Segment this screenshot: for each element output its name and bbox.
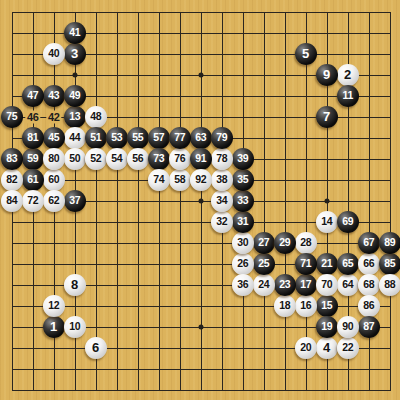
stone-black[interactable]: 27 [253,232,275,254]
stone-white[interactable]: 92 [190,169,212,191]
stone-white[interactable]: 76 [169,148,191,170]
stone-black[interactable]: 33 [232,190,254,212]
stone-black[interactable]: 85 [379,253,400,275]
stone-white[interactable]: 20 [295,337,317,359]
stone-black[interactable]: 73 [148,148,170,170]
stone-white[interactable]: 68 [358,274,380,296]
stone-white[interactable]: 6 [85,337,107,359]
stone-black[interactable]: 65 [337,253,359,275]
stone-black[interactable]: 81 [22,127,44,149]
captured-move-label: 46 [25,110,40,123]
grid-line-horizontal [12,243,391,244]
stone-white[interactable]: 18 [274,295,296,317]
stone-black[interactable]: 91 [190,148,212,170]
stone-white[interactable]: 48 [85,106,107,128]
stone-black[interactable]: 5 [295,43,317,65]
stone-white[interactable]: 40 [43,43,65,65]
stone-black[interactable]: 21 [316,253,338,275]
stone-black[interactable]: 63 [190,127,212,149]
stone-black[interactable]: 3 [64,43,86,65]
stone-black[interactable]: 11 [337,85,359,107]
stone-black[interactable]: 7 [316,106,338,128]
stone-black[interactable]: 61 [22,169,44,191]
stone-white[interactable]: 86 [358,295,380,317]
stone-white[interactable]: 88 [379,274,400,296]
stone-white[interactable]: 22 [337,337,359,359]
grid-line-vertical [264,12,265,391]
go-kifu-diagram: 1234567891011121314151617181920212223242… [0,0,400,400]
stone-white[interactable]: 80 [43,148,65,170]
stone-black[interactable]: 29 [274,232,296,254]
star-point [72,72,77,77]
stone-white[interactable]: 12 [43,295,65,317]
captured-move-label: 42 [46,110,61,123]
stone-black[interactable]: 19 [316,316,338,338]
stone-white[interactable]: 58 [169,169,191,191]
stone-white[interactable]: 4 [316,337,338,359]
stone-white[interactable]: 90 [337,316,359,338]
stone-black[interactable]: 83 [1,148,23,170]
grid-line-vertical [306,12,307,391]
stone-white[interactable]: 50 [64,148,86,170]
star-point [198,72,203,77]
stone-black[interactable]: 51 [85,127,107,149]
stone-black[interactable]: 75 [1,106,23,128]
stone-black[interactable]: 25 [253,253,275,275]
stone-black[interactable]: 79 [211,127,233,149]
stone-white[interactable]: 10 [64,316,86,338]
stone-white[interactable]: 60 [43,169,65,191]
stone-white[interactable]: 14 [316,211,338,233]
stone-black[interactable]: 23 [274,274,296,296]
stone-white[interactable]: 70 [316,274,338,296]
stone-black[interactable]: 13 [64,106,86,128]
stone-black[interactable]: 1 [43,316,65,338]
stone-white[interactable]: 66 [358,253,380,275]
stone-white[interactable]: 52 [85,148,107,170]
stone-black[interactable]: 67 [358,232,380,254]
stone-black[interactable]: 15 [316,295,338,317]
stone-white[interactable]: 74 [148,169,170,191]
stone-white[interactable]: 34 [211,190,233,212]
stone-black[interactable]: 49 [64,85,86,107]
stone-black[interactable]: 69 [337,211,359,233]
stone-white[interactable]: 8 [64,274,86,296]
star-point [198,198,203,203]
stone-white[interactable]: 54 [106,148,128,170]
stone-white[interactable]: 36 [232,274,254,296]
stone-white[interactable]: 28 [295,232,317,254]
stone-black[interactable]: 17 [295,274,317,296]
go-board[interactable]: 1234567891011121314151617181920212223242… [0,0,400,400]
stone-black[interactable]: 31 [232,211,254,233]
grid-line-horizontal [12,369,391,370]
stone-black[interactable]: 47 [22,85,44,107]
stone-white[interactable]: 44 [64,127,86,149]
stone-black[interactable]: 9 [316,64,338,86]
stone-black[interactable]: 41 [64,22,86,44]
stone-white[interactable]: 16 [295,295,317,317]
stone-white[interactable]: 24 [253,274,275,296]
stone-black[interactable]: 59 [22,148,44,170]
stone-white[interactable]: 72 [22,190,44,212]
stone-black[interactable]: 57 [148,127,170,149]
stone-black[interactable]: 55 [127,127,149,149]
stone-white[interactable]: 2 [337,64,359,86]
stone-black[interactable]: 43 [43,85,65,107]
stone-black[interactable]: 89 [379,232,400,254]
stone-black[interactable]: 71 [295,253,317,275]
stone-white[interactable]: 32 [211,211,233,233]
stone-white[interactable]: 38 [211,169,233,191]
stone-white[interactable]: 64 [337,274,359,296]
stone-black[interactable]: 37 [64,190,86,212]
stone-white[interactable]: 26 [232,253,254,275]
grid-line-horizontal [12,390,391,391]
stone-black[interactable]: 53 [106,127,128,149]
stone-white[interactable]: 62 [43,190,65,212]
star-point [324,198,329,203]
stone-black[interactable]: 77 [169,127,191,149]
stone-white[interactable]: 56 [127,148,149,170]
stone-black[interactable]: 35 [232,169,254,191]
grid-line-vertical [390,12,391,391]
stone-white[interactable]: 30 [232,232,254,254]
stone-white[interactable]: 84 [1,190,23,212]
grid-line-vertical [285,12,286,391]
star-point [198,324,203,329]
stone-black[interactable]: 45 [43,127,65,149]
stone-white[interactable]: 82 [1,169,23,191]
stone-white[interactable]: 78 [211,148,233,170]
stone-black[interactable]: 39 [232,148,254,170]
stone-black[interactable]: 87 [358,316,380,338]
